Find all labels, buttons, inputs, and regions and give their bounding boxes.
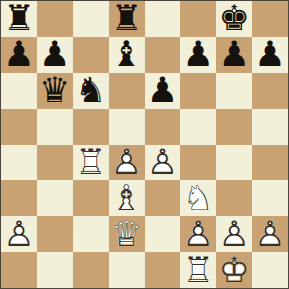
- square-h7[interactable]: ♟: [252, 37, 288, 73]
- square-g5[interactable]: [216, 109, 252, 145]
- square-d7[interactable]: ♝: [109, 37, 145, 73]
- square-d1[interactable]: [109, 252, 145, 288]
- piece-white-pawn-fill: ♟: [252, 216, 288, 252]
- square-c3[interactable]: [73, 180, 109, 216]
- square-h3[interactable]: [252, 180, 288, 216]
- square-h8[interactable]: [252, 1, 288, 37]
- piece-white-queen[interactable]: ♕: [109, 216, 145, 252]
- square-f1[interactable]: ♜♖: [180, 252, 216, 288]
- piece-white-queen-fill: ♛: [109, 216, 145, 252]
- piece-white-pawn[interactable]: ♙: [145, 145, 181, 181]
- square-c2[interactable]: [73, 216, 109, 252]
- square-e3[interactable]: [145, 180, 181, 216]
- square-f5[interactable]: [180, 109, 216, 145]
- piece-white-pawn-fill: ♟: [109, 145, 145, 181]
- square-g8[interactable]: ♚: [216, 1, 252, 37]
- piece-white-rook-fill: ♜: [180, 252, 216, 288]
- square-b2[interactable]: [37, 216, 73, 252]
- piece-white-pawn-fill: ♟: [1, 216, 37, 252]
- piece-white-knight-fill: ♞: [180, 180, 216, 216]
- piece-white-rook-fill: ♜: [73, 145, 109, 181]
- square-d2[interactable]: ♛♕: [109, 216, 145, 252]
- square-b3[interactable]: [37, 180, 73, 216]
- piece-white-pawn[interactable]: ♙: [252, 216, 288, 252]
- square-f4[interactable]: [180, 145, 216, 181]
- piece-black-pawn[interactable]: ♟: [145, 73, 181, 109]
- square-c4[interactable]: ♜♖: [73, 145, 109, 181]
- piece-black-bishop[interactable]: ♝: [109, 37, 145, 73]
- square-b6[interactable]: ♛: [37, 73, 73, 109]
- square-e4[interactable]: ♟♙: [145, 145, 181, 181]
- piece-white-pawn-fill: ♟: [180, 216, 216, 252]
- piece-black-pawn[interactable]: ♟: [252, 37, 288, 73]
- piece-black-pawn[interactable]: ♟: [37, 37, 73, 73]
- square-g3[interactable]: [216, 180, 252, 216]
- square-a4[interactable]: [1, 145, 37, 181]
- square-f3[interactable]: ♞♘: [180, 180, 216, 216]
- square-g2[interactable]: ♟♙: [216, 216, 252, 252]
- square-c1[interactable]: [73, 252, 109, 288]
- piece-black-rook[interactable]: ♜: [109, 1, 145, 37]
- piece-white-bishop-fill: ♝: [109, 180, 145, 216]
- square-a8[interactable]: ♜: [1, 1, 37, 37]
- piece-white-king-fill: ♚: [216, 252, 252, 288]
- square-c7[interactable]: [73, 37, 109, 73]
- piece-white-pawn[interactable]: ♙: [216, 216, 252, 252]
- square-a1[interactable]: [1, 252, 37, 288]
- piece-white-rook[interactable]: ♖: [180, 252, 216, 288]
- piece-white-rook[interactable]: ♖: [73, 145, 109, 181]
- square-h4[interactable]: [252, 145, 288, 181]
- piece-black-knight[interactable]: ♞: [73, 73, 109, 109]
- square-d5[interactable]: [109, 109, 145, 145]
- square-a6[interactable]: [1, 73, 37, 109]
- piece-white-pawn-fill: ♟: [145, 145, 181, 181]
- piece-white-pawn[interactable]: ♙: [180, 216, 216, 252]
- square-f7[interactable]: ♟: [180, 37, 216, 73]
- square-b4[interactable]: [37, 145, 73, 181]
- piece-black-rook[interactable]: ♜: [1, 1, 37, 37]
- square-c8[interactable]: [73, 1, 109, 37]
- square-f8[interactable]: [180, 1, 216, 37]
- square-e6[interactable]: ♟: [145, 73, 181, 109]
- square-e2[interactable]: [145, 216, 181, 252]
- square-h1[interactable]: [252, 252, 288, 288]
- square-c6[interactable]: ♞: [73, 73, 109, 109]
- square-d6[interactable]: [109, 73, 145, 109]
- square-b8[interactable]: [37, 1, 73, 37]
- square-e8[interactable]: [145, 1, 181, 37]
- square-f6[interactable]: [180, 73, 216, 109]
- square-a3[interactable]: [1, 180, 37, 216]
- piece-white-pawn[interactable]: ♙: [1, 216, 37, 252]
- square-a2[interactable]: ♟♙: [1, 216, 37, 252]
- piece-white-king[interactable]: ♔: [216, 252, 252, 288]
- square-c5[interactable]: [73, 109, 109, 145]
- piece-white-pawn[interactable]: ♙: [109, 145, 145, 181]
- square-e7[interactable]: [145, 37, 181, 73]
- square-b1[interactable]: [37, 252, 73, 288]
- square-g1[interactable]: ♚♔: [216, 252, 252, 288]
- square-g7[interactable]: ♟: [216, 37, 252, 73]
- square-a5[interactable]: [1, 109, 37, 145]
- square-d4[interactable]: ♟♙: [109, 145, 145, 181]
- square-e5[interactable]: [145, 109, 181, 145]
- square-e1[interactable]: [145, 252, 181, 288]
- square-b5[interactable]: [37, 109, 73, 145]
- square-h6[interactable]: [252, 73, 288, 109]
- piece-black-pawn[interactable]: ♟: [180, 37, 216, 73]
- piece-black-pawn[interactable]: ♟: [216, 37, 252, 73]
- square-g6[interactable]: [216, 73, 252, 109]
- square-g4[interactable]: [216, 145, 252, 181]
- square-a7[interactable]: ♟: [1, 37, 37, 73]
- piece-black-pawn[interactable]: ♟: [1, 37, 37, 73]
- piece-white-bishop[interactable]: ♗: [109, 180, 145, 216]
- piece-white-pawn-fill: ♟: [216, 216, 252, 252]
- square-d3[interactable]: ♝♗: [109, 180, 145, 216]
- square-h5[interactable]: [252, 109, 288, 145]
- piece-white-knight[interactable]: ♘: [180, 180, 216, 216]
- chess-board: ♜♜♚♟♟♝♟♟♟♛♞♟♜♖♟♙♟♙♝♗♞♘♟♙♛♕♟♙♟♙♟♙♜♖♚♔: [0, 0, 289, 289]
- square-f2[interactable]: ♟♙: [180, 216, 216, 252]
- piece-black-king[interactable]: ♚: [216, 1, 252, 37]
- piece-black-queen[interactable]: ♛: [37, 73, 73, 109]
- square-b7[interactable]: ♟: [37, 37, 73, 73]
- square-h2[interactable]: ♟♙: [252, 216, 288, 252]
- square-d8[interactable]: ♜: [109, 1, 145, 37]
